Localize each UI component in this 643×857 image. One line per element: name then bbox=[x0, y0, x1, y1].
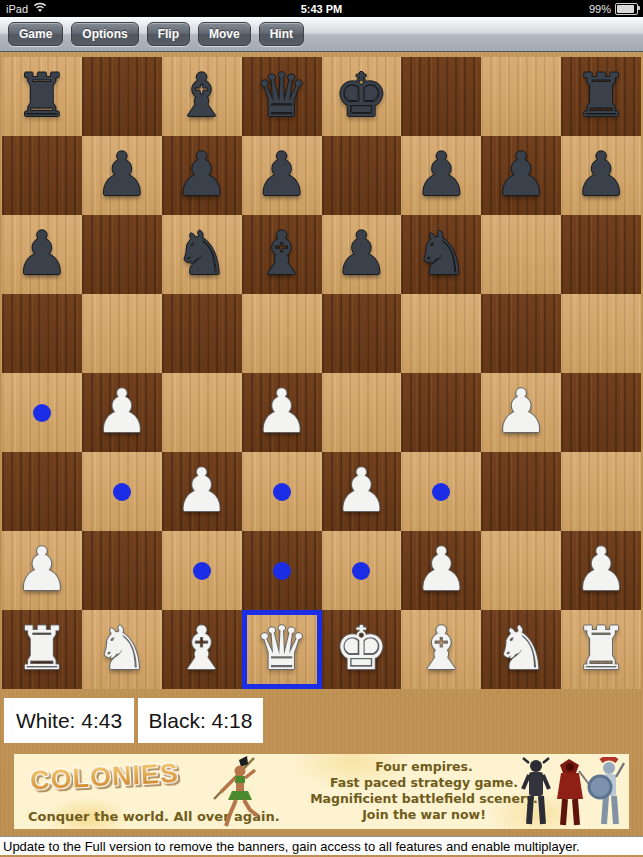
white-pawn: ♟ bbox=[414, 539, 468, 599]
square-f5[interactable] bbox=[401, 294, 481, 373]
warriors-figure bbox=[521, 757, 625, 829]
legal-move-dot[interactable] bbox=[33, 404, 51, 422]
square-h4[interactable] bbox=[561, 373, 641, 452]
square-a6[interactable]: ♟ bbox=[2, 215, 82, 294]
battery-percent: 99% bbox=[589, 3, 611, 15]
status-bar: iPad 5:43 PM 99% bbox=[0, 0, 643, 17]
square-d2[interactable] bbox=[242, 531, 322, 610]
square-g2[interactable] bbox=[481, 531, 561, 610]
square-b6[interactable] bbox=[82, 215, 162, 294]
square-a7[interactable] bbox=[2, 136, 82, 215]
square-f2[interactable]: ♟ bbox=[401, 531, 481, 610]
square-h7[interactable]: ♟ bbox=[561, 136, 641, 215]
ad-banner[interactable]: COLONIES Conquer the world. All over aga… bbox=[14, 754, 629, 829]
square-c6[interactable]: ♞ bbox=[162, 215, 242, 294]
square-b3[interactable] bbox=[82, 452, 162, 531]
square-h6[interactable] bbox=[561, 215, 641, 294]
square-e7[interactable] bbox=[322, 136, 402, 215]
white-knight: ♞ bbox=[494, 618, 548, 678]
chess-board[interactable]: ♜♝♛♚♜♟♟♟♟♟♟♟♞♝♟♞♟♟♟♟♟♟♟♟♜♞♝♛♚♝♞♜ bbox=[2, 57, 641, 689]
black-clock: Black: 4:18 bbox=[138, 698, 263, 743]
legal-move-dot[interactable] bbox=[273, 483, 291, 501]
square-f6[interactable]: ♞ bbox=[401, 215, 481, 294]
square-h8[interactable]: ♜ bbox=[561, 57, 641, 136]
status-time: 5:43 PM bbox=[0, 3, 643, 15]
black-knight: ♞ bbox=[414, 223, 468, 283]
square-d3[interactable] bbox=[242, 452, 322, 531]
square-g6[interactable] bbox=[481, 215, 561, 294]
legal-move-dot[interactable] bbox=[113, 483, 131, 501]
black-rook: ♜ bbox=[15, 65, 69, 125]
legal-move-dot[interactable] bbox=[432, 483, 450, 501]
square-e1[interactable]: ♚ bbox=[322, 610, 402, 689]
square-h2[interactable]: ♟ bbox=[561, 531, 641, 610]
square-h1[interactable]: ♜ bbox=[561, 610, 641, 689]
square-g3[interactable] bbox=[481, 452, 561, 531]
square-f7[interactable]: ♟ bbox=[401, 136, 481, 215]
black-pawn: ♟ bbox=[15, 223, 69, 283]
square-h3[interactable] bbox=[561, 452, 641, 531]
square-a1[interactable]: ♜ bbox=[2, 610, 82, 689]
square-b7[interactable]: ♟ bbox=[82, 136, 162, 215]
square-f4[interactable] bbox=[401, 373, 481, 452]
white-pawn: ♟ bbox=[494, 381, 548, 441]
white-queen: ♛ bbox=[255, 618, 309, 678]
square-d7[interactable]: ♟ bbox=[242, 136, 322, 215]
square-a3[interactable] bbox=[2, 452, 82, 531]
black-pawn: ♟ bbox=[414, 144, 468, 204]
black-queen: ♛ bbox=[255, 65, 309, 125]
square-e6[interactable]: ♟ bbox=[322, 215, 402, 294]
ad-line: Four empires. bbox=[299, 759, 549, 775]
game-button[interactable]: Game bbox=[8, 22, 63, 46]
battery-icon bbox=[615, 3, 638, 15]
square-h5[interactable] bbox=[561, 294, 641, 373]
square-a2[interactable]: ♟ bbox=[2, 531, 82, 610]
white-clock-label: White: 4:43 bbox=[16, 709, 122, 733]
hint-button[interactable]: Hint bbox=[259, 22, 304, 46]
legal-move-dot[interactable] bbox=[193, 562, 211, 580]
ad-line: Fast paced strategy game. bbox=[299, 775, 549, 791]
square-c7[interactable]: ♟ bbox=[162, 136, 242, 215]
amazon-warrior-figure bbox=[210, 755, 262, 829]
ad-line: Join the war now! bbox=[299, 807, 549, 823]
white-rook: ♜ bbox=[15, 618, 69, 678]
white-pawn: ♟ bbox=[255, 381, 309, 441]
square-e8[interactable]: ♚ bbox=[322, 57, 402, 136]
square-e3[interactable]: ♟ bbox=[322, 452, 402, 531]
black-pawn: ♟ bbox=[255, 144, 309, 204]
square-d4[interactable]: ♟ bbox=[242, 373, 322, 452]
black-pawn: ♟ bbox=[574, 144, 628, 204]
square-g8[interactable] bbox=[481, 57, 561, 136]
ad-text-block: Four empires. Fast paced strategy game. … bbox=[299, 759, 549, 823]
black-bishop: ♝ bbox=[255, 223, 309, 283]
square-e2[interactable] bbox=[322, 531, 402, 610]
square-e4[interactable] bbox=[322, 373, 402, 452]
white-pawn: ♟ bbox=[15, 539, 69, 599]
white-knight: ♞ bbox=[95, 618, 149, 678]
app-screen: iPad 5:43 PM 99% Game Options Flip Move … bbox=[0, 0, 643, 857]
white-pawn: ♟ bbox=[335, 460, 389, 520]
square-c4[interactable] bbox=[162, 373, 242, 452]
square-b2[interactable] bbox=[82, 531, 162, 610]
move-button[interactable]: Move bbox=[198, 22, 251, 46]
upgrade-notice-bar: Update to the Full version to remove the… bbox=[0, 836, 643, 855]
square-g1[interactable]: ♞ bbox=[481, 610, 561, 689]
square-c8[interactable]: ♝ bbox=[162, 57, 242, 136]
square-b4[interactable]: ♟ bbox=[82, 373, 162, 452]
upgrade-notice-text: Update to the Full version to remove the… bbox=[0, 839, 580, 854]
black-rook: ♜ bbox=[574, 65, 628, 125]
square-f8[interactable] bbox=[401, 57, 481, 136]
white-pawn: ♟ bbox=[95, 381, 149, 441]
square-f1[interactable]: ♝ bbox=[401, 610, 481, 689]
white-pawn: ♟ bbox=[574, 539, 628, 599]
black-clock-label: Black: 4:18 bbox=[149, 709, 253, 733]
white-bishop: ♝ bbox=[414, 618, 468, 678]
square-d6[interactable]: ♝ bbox=[242, 215, 322, 294]
square-a4[interactable] bbox=[2, 373, 82, 452]
square-b5[interactable] bbox=[82, 294, 162, 373]
square-b1[interactable]: ♞ bbox=[82, 610, 162, 689]
legal-move-dot[interactable] bbox=[352, 562, 370, 580]
square-d1[interactable]: ♛ bbox=[242, 610, 322, 689]
white-rook: ♜ bbox=[574, 618, 628, 678]
square-g4[interactable]: ♟ bbox=[481, 373, 561, 452]
white-king: ♚ bbox=[335, 618, 389, 678]
black-pawn: ♟ bbox=[95, 144, 149, 204]
square-a8[interactable]: ♜ bbox=[2, 57, 82, 136]
device-label: iPad bbox=[6, 3, 28, 15]
square-c2[interactable] bbox=[162, 531, 242, 610]
toolbar: Game Options Flip Move Hint bbox=[0, 17, 643, 52]
black-pawn: ♟ bbox=[335, 223, 389, 283]
options-button[interactable]: Options bbox=[71, 22, 138, 46]
white-clock: White: 4:43 bbox=[4, 698, 134, 743]
square-b8[interactable] bbox=[82, 57, 162, 136]
white-pawn: ♟ bbox=[175, 460, 229, 520]
flip-button[interactable]: Flip bbox=[147, 22, 190, 46]
ad-line: Magnificient battlefield scenery. bbox=[299, 791, 549, 807]
square-g5[interactable] bbox=[481, 294, 561, 373]
square-d8[interactable]: ♛ bbox=[242, 57, 322, 136]
black-pawn: ♟ bbox=[494, 144, 548, 204]
square-c5[interactable] bbox=[162, 294, 242, 373]
square-d5[interactable] bbox=[242, 294, 322, 373]
square-c1[interactable]: ♝ bbox=[162, 610, 242, 689]
square-c3[interactable]: ♟ bbox=[162, 452, 242, 531]
white-bishop: ♝ bbox=[175, 618, 229, 678]
black-king: ♚ bbox=[335, 65, 389, 125]
wifi-icon bbox=[33, 2, 47, 15]
legal-move-dot[interactable] bbox=[273, 562, 291, 580]
black-pawn: ♟ bbox=[175, 144, 229, 204]
square-f3[interactable] bbox=[401, 452, 481, 531]
colonies-logo: COLONIES bbox=[29, 758, 179, 797]
square-e5[interactable] bbox=[322, 294, 402, 373]
square-a5[interactable] bbox=[2, 294, 82, 373]
black-bishop: ♝ bbox=[175, 65, 229, 125]
black-knight: ♞ bbox=[175, 223, 229, 283]
square-g7[interactable]: ♟ bbox=[481, 136, 561, 215]
